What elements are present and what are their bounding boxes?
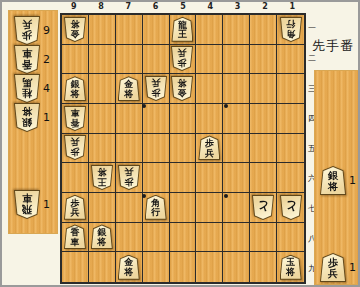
square-25[interactable] bbox=[250, 134, 277, 164]
square-21[interactable] bbox=[250, 15, 277, 45]
piece-kanji: 銀将 bbox=[91, 227, 113, 248]
square-55[interactable] bbox=[170, 134, 197, 164]
piece-kanji: 歩兵 bbox=[145, 77, 167, 98]
square-89[interactable] bbox=[89, 252, 116, 282]
sente-piece-銀将[interactable]: 銀将 bbox=[64, 76, 86, 101]
square-91[interactable]: 金将 bbox=[62, 15, 89, 45]
piece-kanji: と bbox=[252, 196, 274, 217]
square-72[interactable] bbox=[116, 45, 143, 75]
square-87[interactable] bbox=[89, 193, 116, 223]
square-71[interactable] bbox=[116, 15, 143, 45]
square-42[interactable] bbox=[196, 45, 223, 75]
board-star-point bbox=[224, 104, 228, 108]
board-star-point bbox=[142, 104, 146, 108]
file-label-3: 3 bbox=[224, 2, 251, 12]
gote-piece-金将[interactable]: 金将 bbox=[171, 76, 193, 101]
piece-kanji: 歩兵 bbox=[320, 256, 346, 281]
gote-piece-と[interactable]: と bbox=[252, 195, 274, 220]
piece-kanji: 金将 bbox=[64, 18, 86, 39]
square-34[interactable] bbox=[223, 104, 250, 134]
file-label-9: 9 bbox=[60, 2, 87, 12]
square-41[interactable] bbox=[196, 15, 223, 45]
board-star-point bbox=[142, 194, 146, 198]
square-47[interactable] bbox=[196, 193, 223, 223]
square-75[interactable] bbox=[116, 134, 143, 164]
gote-piece-歩兵[interactable]: 歩兵 bbox=[118, 165, 140, 190]
piece-kanji: 香車 bbox=[64, 227, 86, 248]
piece-kanji: 歩兵 bbox=[64, 198, 86, 219]
piece-kanji: 銀将 bbox=[14, 104, 40, 129]
piece-kanji: 金将 bbox=[171, 77, 193, 98]
piece-kanji: 歩兵 bbox=[198, 138, 220, 159]
sente-piece-香車[interactable]: 香車 bbox=[64, 224, 86, 249]
sente-piece-銀将[interactable]: 銀将 bbox=[91, 224, 113, 249]
square-83[interactable] bbox=[89, 74, 116, 104]
square-74[interactable] bbox=[116, 104, 143, 134]
square-97[interactable]: 歩兵 bbox=[62, 193, 89, 223]
piece-kanji: 金将 bbox=[118, 79, 140, 100]
hand-count-歩兵: 1 bbox=[349, 253, 360, 282]
square-88[interactable]: 銀将 bbox=[89, 223, 116, 253]
square-26[interactable] bbox=[250, 163, 277, 193]
piece-kanji: 玉将 bbox=[280, 258, 302, 279]
square-28[interactable] bbox=[250, 223, 277, 253]
square-85[interactable] bbox=[89, 134, 116, 164]
shogi-board-window: 歩兵9香車2桂馬4銀将1飛車1 987654321 金将龍王角行歩兵銀将金将歩兵… bbox=[0, 0, 360, 287]
file-label-5: 5 bbox=[169, 2, 196, 12]
square-46[interactable] bbox=[196, 163, 223, 193]
gote-piece-王将[interactable]: 王将 bbox=[91, 165, 113, 190]
shogi-board: 金将龍王角行歩兵銀将金将歩兵金将香車歩兵歩兵王将歩兵歩兵角行とと香車銀将金将玉将 bbox=[60, 13, 306, 284]
piece-kanji: 角行 bbox=[145, 198, 167, 219]
sente-piece-銀将[interactable]: 銀将 bbox=[320, 166, 346, 195]
piece-kanji: 飛車 bbox=[14, 191, 40, 216]
square-13[interactable] bbox=[277, 74, 304, 104]
piece-kanji: 銀将 bbox=[64, 79, 86, 100]
square-49[interactable] bbox=[196, 252, 223, 282]
sente-piece-歩兵[interactable]: 歩兵 bbox=[64, 195, 86, 220]
piece-kanji: 歩兵 bbox=[64, 136, 86, 157]
square-78[interactable] bbox=[116, 223, 143, 253]
hand-count-桂馬: 4 bbox=[43, 74, 57, 103]
file-label-6: 6 bbox=[142, 2, 169, 12]
square-23[interactable] bbox=[250, 74, 277, 104]
square-39[interactable] bbox=[223, 252, 250, 282]
square-29[interactable] bbox=[250, 252, 277, 282]
square-51[interactable]: 龍王 bbox=[170, 15, 197, 45]
piece-kanji: 歩兵 bbox=[14, 17, 40, 42]
gote-piece-金将[interactable]: 金将 bbox=[64, 17, 86, 42]
square-79[interactable]: 金将 bbox=[116, 252, 143, 282]
square-66[interactable] bbox=[143, 163, 170, 193]
square-24[interactable] bbox=[250, 104, 277, 134]
square-31[interactable] bbox=[223, 15, 250, 45]
gote-piece-飛車[interactable]: 飛車 bbox=[14, 190, 40, 219]
hand-count-香車: 2 bbox=[43, 45, 57, 74]
board-star-point bbox=[224, 194, 228, 198]
square-86[interactable]: 王将 bbox=[89, 163, 116, 193]
piece-kanji: と bbox=[280, 196, 302, 217]
square-81[interactable] bbox=[89, 15, 116, 45]
gote-piece-歩兵[interactable]: 歩兵 bbox=[14, 16, 40, 45]
hand-count-歩兵: 9 bbox=[43, 16, 57, 45]
square-59[interactable] bbox=[170, 252, 197, 282]
square-12[interactable] bbox=[277, 45, 304, 75]
gote-piece-角行[interactable]: 角行 bbox=[280, 17, 302, 42]
square-11[interactable]: 角行 bbox=[277, 15, 304, 45]
piece-kanji: 歩兵 bbox=[171, 47, 193, 68]
square-84[interactable] bbox=[89, 104, 116, 134]
square-19[interactable]: 玉将 bbox=[277, 252, 304, 282]
gote-piece-歩兵[interactable]: 歩兵 bbox=[64, 135, 86, 160]
piece-kanji: 角行 bbox=[280, 18, 302, 39]
file-label-8: 8 bbox=[87, 2, 114, 12]
square-95[interactable]: 歩兵 bbox=[62, 134, 89, 164]
piece-kanji: 香車 bbox=[14, 46, 40, 71]
square-27[interactable]: と bbox=[250, 193, 277, 223]
square-54[interactable] bbox=[170, 104, 197, 134]
sente-piece-龍王[interactable]: 龍王 bbox=[171, 17, 193, 42]
square-52[interactable]: 歩兵 bbox=[170, 45, 197, 75]
gote-piece-香車[interactable]: 香車 bbox=[64, 106, 86, 131]
piece-kanji: 龍王 bbox=[171, 20, 193, 41]
square-96[interactable] bbox=[62, 163, 89, 193]
file-label-1: 1 bbox=[279, 2, 306, 12]
piece-kanji: 金将 bbox=[118, 258, 140, 279]
gote-piece-歩兵[interactable]: 歩兵 bbox=[145, 76, 167, 101]
square-99[interactable] bbox=[62, 252, 89, 282]
square-35[interactable] bbox=[223, 134, 250, 164]
square-43[interactable] bbox=[196, 74, 223, 104]
file-label-7: 7 bbox=[115, 2, 142, 12]
square-77[interactable] bbox=[116, 193, 143, 223]
square-63[interactable]: 歩兵 bbox=[143, 74, 170, 104]
square-92[interactable] bbox=[62, 45, 89, 75]
square-22[interactable] bbox=[250, 45, 277, 75]
square-16[interactable] bbox=[277, 163, 304, 193]
gote-captured-stand: 歩兵9香車2桂馬4銀将1飛車1 bbox=[8, 10, 58, 234]
square-48[interactable] bbox=[196, 223, 223, 253]
gote-piece-銀将[interactable]: 銀将 bbox=[14, 103, 40, 132]
piece-kanji: 王将 bbox=[91, 166, 113, 187]
square-93[interactable]: 銀将 bbox=[62, 74, 89, 104]
sente-piece-角行[interactable]: 角行 bbox=[145, 195, 167, 220]
turn-indicator: 先手番 bbox=[312, 37, 360, 54]
square-67[interactable]: 角行 bbox=[143, 193, 170, 223]
sente-piece-歩兵[interactable]: 歩兵 bbox=[198, 135, 220, 160]
square-57[interactable] bbox=[170, 193, 197, 223]
piece-kanji: 桂馬 bbox=[14, 75, 40, 100]
gote-piece-香車[interactable]: 香車 bbox=[14, 45, 40, 74]
square-76[interactable]: 歩兵 bbox=[116, 163, 143, 193]
square-14[interactable] bbox=[277, 104, 304, 134]
file-label-4: 4 bbox=[197, 2, 224, 12]
piece-kanji: 香車 bbox=[64, 107, 86, 128]
square-38[interactable] bbox=[223, 223, 250, 253]
hand-count-銀将: 1 bbox=[349, 166, 360, 195]
square-98[interactable]: 香車 bbox=[62, 223, 89, 253]
square-17[interactable]: と bbox=[277, 193, 304, 223]
square-56[interactable] bbox=[170, 163, 197, 193]
file-label-2: 2 bbox=[251, 2, 278, 12]
hand-count-銀将: 1 bbox=[43, 103, 57, 132]
square-44[interactable] bbox=[196, 104, 223, 134]
square-82[interactable] bbox=[89, 45, 116, 75]
sente-piece-金将[interactable]: 金将 bbox=[118, 255, 140, 280]
file-coordinate-labels: 987654321 bbox=[60, 2, 306, 12]
piece-kanji: 歩兵 bbox=[118, 166, 140, 187]
square-32[interactable] bbox=[223, 45, 250, 75]
square-18[interactable] bbox=[277, 223, 304, 253]
square-64[interactable] bbox=[143, 104, 170, 134]
square-68[interactable] bbox=[143, 223, 170, 253]
square-36[interactable] bbox=[223, 163, 250, 193]
square-53[interactable]: 金将 bbox=[170, 74, 197, 104]
gote-piece-と[interactable]: と bbox=[280, 195, 302, 220]
gote-piece-歩兵[interactable]: 歩兵 bbox=[171, 46, 193, 71]
sente-piece-金将[interactable]: 金将 bbox=[118, 76, 140, 101]
square-62[interactable] bbox=[143, 45, 170, 75]
gote-piece-桂馬[interactable]: 桂馬 bbox=[14, 74, 40, 103]
piece-kanji: 銀将 bbox=[320, 169, 346, 194]
square-61[interactable] bbox=[143, 15, 170, 45]
hand-count-飛車: 1 bbox=[43, 190, 57, 219]
sente-piece-玉将[interactable]: 玉将 bbox=[280, 255, 302, 280]
square-15[interactable] bbox=[277, 134, 304, 164]
square-58[interactable] bbox=[170, 223, 197, 253]
sente-captured-stand: 銀将1歩兵1 bbox=[314, 70, 360, 285]
square-65[interactable] bbox=[143, 134, 170, 164]
square-33[interactable] bbox=[223, 74, 250, 104]
square-94[interactable]: 香車 bbox=[62, 104, 89, 134]
square-45[interactable]: 歩兵 bbox=[196, 134, 223, 164]
square-69[interactable] bbox=[143, 252, 170, 282]
square-73[interactable]: 金将 bbox=[116, 74, 143, 104]
sente-piece-歩兵[interactable]: 歩兵 bbox=[320, 253, 346, 282]
